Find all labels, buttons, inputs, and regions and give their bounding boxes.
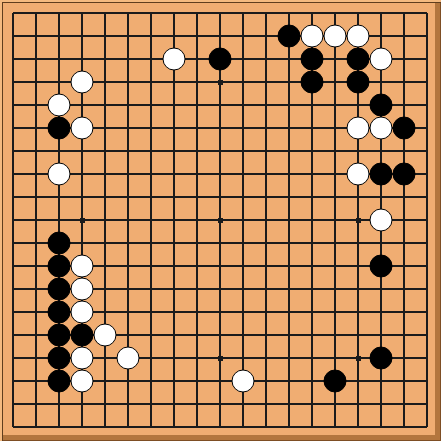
black-stone [278, 25, 301, 48]
white-stone [301, 25, 324, 48]
black-stone [48, 232, 71, 255]
black-stone [209, 48, 232, 71]
white-stone [71, 255, 94, 278]
star-point [218, 356, 223, 361]
white-stone [232, 370, 255, 393]
go-board[interactable] [0, 0, 441, 441]
star-point [218, 80, 223, 85]
black-stone [48, 117, 71, 140]
black-stone [393, 163, 416, 186]
white-stone [71, 347, 94, 370]
black-stone [71, 324, 94, 347]
white-stone [370, 117, 393, 140]
white-stone [347, 25, 370, 48]
white-stone [71, 370, 94, 393]
black-stone [370, 163, 393, 186]
black-stone [48, 370, 71, 393]
black-stone [347, 48, 370, 71]
white-stone [48, 94, 71, 117]
white-stone [370, 209, 393, 232]
white-stone [163, 48, 186, 71]
black-stone [301, 71, 324, 94]
black-stone [347, 71, 370, 94]
white-stone [48, 163, 71, 186]
star-point [218, 218, 223, 223]
white-stone [71, 301, 94, 324]
black-stone [301, 48, 324, 71]
star-point [80, 218, 85, 223]
white-stone [94, 324, 117, 347]
white-stone [324, 25, 347, 48]
black-stone [48, 324, 71, 347]
white-stone [370, 48, 393, 71]
star-point [356, 356, 361, 361]
white-stone [347, 163, 370, 186]
black-stone [370, 255, 393, 278]
black-stone [48, 347, 71, 370]
black-stone [370, 347, 393, 370]
black-stone [393, 117, 416, 140]
black-stone [48, 301, 71, 324]
black-stone [48, 255, 71, 278]
black-stone [324, 370, 347, 393]
white-stone [71, 71, 94, 94]
star-point [356, 218, 361, 223]
white-stone [347, 117, 370, 140]
white-stone [117, 347, 140, 370]
white-stone [71, 278, 94, 301]
white-stone [71, 117, 94, 140]
black-stone [370, 94, 393, 117]
black-stone [48, 278, 71, 301]
